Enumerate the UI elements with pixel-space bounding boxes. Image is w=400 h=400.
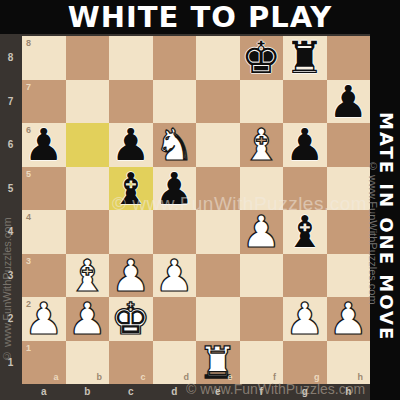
frame-rank-label-8: 8 xyxy=(0,36,21,80)
square-f5[interactable] xyxy=(240,167,284,211)
square-d2[interactable] xyxy=(153,297,197,341)
square-g8[interactable]: ♜ xyxy=(283,36,327,80)
rank-label-3: 3 xyxy=(26,257,31,266)
square-g2[interactable]: ♟ xyxy=(283,297,327,341)
square-c1[interactable]: c xyxy=(109,341,153,385)
black-pawn[interactable]: ♟ xyxy=(283,123,327,167)
white-rook[interactable]: ♜ xyxy=(196,341,240,385)
frame-rank-label-1: 1 xyxy=(0,341,21,385)
puzzle-screenshot: WHITE TO PLAY MATE IN ONE MOVE 8♚♜7♟♟6♟♞… xyxy=(0,0,400,400)
square-h4[interactable] xyxy=(327,210,371,254)
square-a3[interactable]: 3 xyxy=(22,254,66,298)
square-g4[interactable]: ♝ xyxy=(283,210,327,254)
frame-file-label-h: h xyxy=(327,385,371,400)
white-bishop[interactable]: ♝ xyxy=(240,123,284,167)
square-f3[interactable] xyxy=(240,254,284,298)
square-e4[interactable] xyxy=(196,210,240,254)
square-g3[interactable] xyxy=(283,254,327,298)
white-pawn[interactable]: ♟ xyxy=(109,254,153,298)
square-e7[interactable] xyxy=(196,80,240,124)
square-d1[interactable]: d xyxy=(153,341,197,385)
square-h1[interactable]: h xyxy=(327,341,371,385)
black-pawn[interactable]: ♟ xyxy=(327,80,371,124)
square-e5[interactable] xyxy=(196,167,240,211)
square-a8[interactable]: 8 xyxy=(22,36,66,80)
frame-rank-label-7: 7 xyxy=(0,80,21,124)
file-label-g: g xyxy=(314,373,320,382)
square-f2[interactable] xyxy=(240,297,284,341)
square-f4[interactable]: ♟ xyxy=(240,210,284,254)
square-a5[interactable]: 5 xyxy=(22,167,66,211)
rank-label-7: 7 xyxy=(26,83,31,92)
file-label-d: d xyxy=(184,373,190,382)
frame-file-label-a: a xyxy=(22,385,66,400)
white-pawn[interactable]: ♟ xyxy=(283,297,327,341)
square-a4[interactable]: 4 xyxy=(22,210,66,254)
square-e1[interactable]: ♜e xyxy=(196,341,240,385)
square-h2[interactable]: ♟ xyxy=(327,297,371,341)
square-e6[interactable] xyxy=(196,123,240,167)
square-f6[interactable]: ♝ xyxy=(240,123,284,167)
file-label-c: c xyxy=(140,373,145,382)
square-d4[interactable] xyxy=(153,210,197,254)
square-c6[interactable]: ♟ xyxy=(109,123,153,167)
black-bishop[interactable]: ♝ xyxy=(283,210,327,254)
chess-board: 8♚♜7♟♟6♟♞♝♟5♝♟4♟♝3♝♟♟♟2♟♚♟♟1abcd♜efgh xyxy=(22,36,370,384)
square-b3[interactable]: ♝ xyxy=(66,254,110,298)
square-h8[interactable] xyxy=(327,36,371,80)
square-f7[interactable] xyxy=(240,80,284,124)
square-e8[interactable] xyxy=(196,36,240,80)
white-pawn[interactable]: ♟ xyxy=(153,254,197,298)
square-e3[interactable] xyxy=(196,254,240,298)
square-d7[interactable] xyxy=(153,80,197,124)
header-bar: WHITE TO PLAY xyxy=(0,0,400,34)
black-pawn[interactable]: ♟ xyxy=(109,123,153,167)
square-c7[interactable] xyxy=(109,80,153,124)
frame-rank-label-4: 4 xyxy=(0,210,21,254)
rank-label-4: 4 xyxy=(26,213,31,222)
square-b5[interactable] xyxy=(66,167,110,211)
square-e2[interactable] xyxy=(196,297,240,341)
file-label-a: a xyxy=(53,373,58,382)
frame-file-label-e: e xyxy=(196,385,240,400)
square-b4[interactable] xyxy=(66,210,110,254)
rank-label-8: 8 xyxy=(26,39,31,48)
square-c5[interactable]: ♝ xyxy=(109,167,153,211)
square-h7[interactable]: ♟ xyxy=(327,80,371,124)
square-b8[interactable] xyxy=(66,36,110,80)
black-rook[interactable]: ♜ xyxy=(283,36,327,80)
file-label-e: e xyxy=(227,373,232,382)
square-c2[interactable]: ♚ xyxy=(109,297,153,341)
white-king[interactable]: ♚ xyxy=(109,297,153,341)
square-c4[interactable] xyxy=(109,210,153,254)
square-h5[interactable] xyxy=(327,167,371,211)
square-f1[interactable]: f xyxy=(240,341,284,385)
rank-label-2: 2 xyxy=(26,300,31,309)
square-c8[interactable] xyxy=(109,36,153,80)
frame-rank-label-3: 3 xyxy=(0,254,21,298)
square-g6[interactable]: ♟ xyxy=(283,123,327,167)
square-a1[interactable]: 1a xyxy=(22,341,66,385)
white-pawn[interactable]: ♟ xyxy=(327,297,371,341)
square-b6[interactable] xyxy=(66,123,110,167)
file-label-h: h xyxy=(358,373,364,382)
square-d5[interactable]: ♟ xyxy=(153,167,197,211)
square-h6[interactable] xyxy=(327,123,371,167)
square-g1[interactable]: g xyxy=(283,341,327,385)
black-king[interactable]: ♚ xyxy=(240,36,284,80)
square-d6[interactable]: ♞ xyxy=(153,123,197,167)
frame-file-label-f: f xyxy=(240,385,284,400)
black-pawn[interactable]: ♟ xyxy=(153,167,197,211)
side-banner-text: MATE IN ONE MOVE xyxy=(373,62,399,392)
black-bishop[interactable]: ♝ xyxy=(109,167,153,211)
frame-file-label-d: d xyxy=(153,385,197,400)
rank-label-1: 1 xyxy=(26,344,31,353)
frame-rank-label-2: 2 xyxy=(0,297,21,341)
white-pawn[interactable]: ♟ xyxy=(66,297,110,341)
square-f8[interactable]: ♚ xyxy=(240,36,284,80)
white-bishop[interactable]: ♝ xyxy=(66,254,110,298)
square-g5[interactable] xyxy=(283,167,327,211)
square-h3[interactable] xyxy=(327,254,371,298)
white-knight[interactable]: ♞ xyxy=(153,123,197,167)
square-g7[interactable] xyxy=(283,80,327,124)
square-b2[interactable]: ♟ xyxy=(66,297,110,341)
rank-label-6: 6 xyxy=(26,126,31,135)
side-banner: MATE IN ONE MOVE xyxy=(370,34,400,400)
frame-rank-label-5: 5 xyxy=(0,167,21,211)
frame-file-label-c: c xyxy=(109,385,153,400)
frame-file-label-g: g xyxy=(283,385,327,400)
frame-file-label-b: b xyxy=(66,385,110,400)
square-d8[interactable] xyxy=(153,36,197,80)
square-b1[interactable]: b xyxy=(66,341,110,385)
rank-label-5: 5 xyxy=(26,170,31,179)
page-title: WHITE TO PLAY xyxy=(68,0,333,34)
square-a6[interactable]: ♟6 xyxy=(22,123,66,167)
frame-rank-label-6: 6 xyxy=(0,123,21,167)
file-label-b: b xyxy=(97,373,103,382)
square-a2[interactable]: ♟2 xyxy=(22,297,66,341)
square-b7[interactable] xyxy=(66,80,110,124)
square-c3[interactable]: ♟ xyxy=(109,254,153,298)
white-pawn[interactable]: ♟ xyxy=(240,210,284,254)
square-a7[interactable]: 7 xyxy=(22,80,66,124)
file-label-f: f xyxy=(273,373,276,382)
square-d3[interactable]: ♟ xyxy=(153,254,197,298)
